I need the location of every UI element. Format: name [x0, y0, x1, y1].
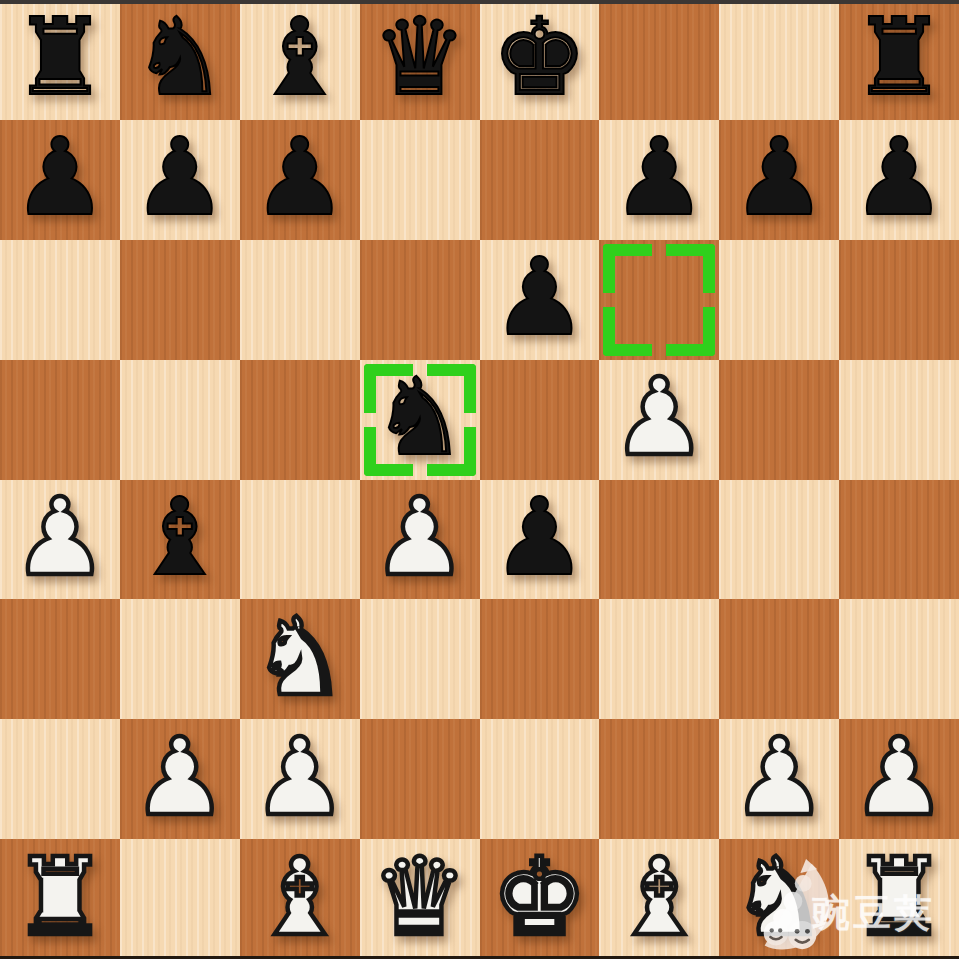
black-pawn-f7[interactable]: ♟ [611, 124, 707, 231]
square-a7[interactable]: ♟ [0, 120, 120, 240]
square-e8[interactable]: ♚ [480, 0, 600, 120]
square-a1[interactable]: ♜ [0, 839, 120, 959]
black-rook-h8[interactable]: ♜ [851, 4, 947, 111]
square-a8[interactable]: ♜ [0, 0, 120, 120]
black-knight-b8[interactable]: ♞ [132, 4, 228, 111]
square-g3[interactable] [719, 599, 839, 719]
square-h1[interactable]: ♜ [839, 839, 959, 959]
square-b4[interactable]: ♝ [120, 480, 240, 600]
square-d8[interactable]: ♛ [360, 0, 480, 120]
square-b6[interactable] [120, 240, 240, 360]
white-rook-h1[interactable]: ♜ [851, 844, 947, 951]
black-pawn-h7[interactable]: ♟ [851, 124, 947, 231]
black-king-e8[interactable]: ♚ [491, 4, 587, 111]
square-d6[interactable] [360, 240, 480, 360]
square-a5[interactable] [0, 360, 120, 480]
square-a4[interactable]: ♟ [0, 480, 120, 600]
square-a2[interactable] [0, 719, 120, 839]
square-f7[interactable]: ♟ [599, 120, 719, 240]
square-b2[interactable]: ♟ [120, 719, 240, 839]
white-pawn-a4[interactable]: ♟ [12, 484, 108, 591]
white-queen-d1[interactable]: ♛ [372, 844, 468, 951]
square-d3[interactable] [360, 599, 480, 719]
square-f2[interactable] [599, 719, 719, 839]
square-e6[interactable]: ♟ [480, 240, 600, 360]
white-rook-a1[interactable]: ♜ [12, 844, 108, 951]
square-e1[interactable]: ♚ [480, 839, 600, 959]
square-d4[interactable]: ♟ [360, 480, 480, 600]
square-d7[interactable] [360, 120, 480, 240]
last-move-bracket-br-d5 [427, 427, 476, 476]
square-g7[interactable]: ♟ [719, 120, 839, 240]
square-e4[interactable]: ♟ [480, 480, 600, 600]
square-g1[interactable]: ♞ [719, 839, 839, 959]
square-d1[interactable]: ♛ [360, 839, 480, 959]
square-f1[interactable]: ♝ [599, 839, 719, 959]
square-b8[interactable]: ♞ [120, 0, 240, 120]
white-pawn-c2[interactable]: ♟ [252, 724, 348, 831]
black-pawn-e4[interactable]: ♟ [491, 484, 587, 591]
square-b5[interactable] [120, 360, 240, 480]
square-d2[interactable] [360, 719, 480, 839]
white-pawn-b2[interactable]: ♟ [132, 724, 228, 831]
square-b1[interactable] [120, 839, 240, 959]
square-e7[interactable] [480, 120, 600, 240]
square-c2[interactable]: ♟ [240, 719, 360, 839]
square-b3[interactable] [120, 599, 240, 719]
black-pawn-g7[interactable]: ♟ [731, 124, 827, 231]
last-move-bracket-tr-f6 [666, 244, 715, 293]
chess-app-screenshot: ♜♞♝♛♚♜♟♟♟♟♟♟♟♞♟♟♝♟♟♞♟♟♟♟♜♝♛♚♝♞♜ [0, 0, 959, 959]
white-pawn-h2[interactable]: ♟ [851, 724, 947, 831]
square-a6[interactable] [0, 240, 120, 360]
square-c6[interactable] [240, 240, 360, 360]
white-knight-g1[interactable]: ♞ [731, 844, 827, 951]
square-f3[interactable] [599, 599, 719, 719]
square-h4[interactable] [839, 480, 959, 600]
white-bishop-f1[interactable]: ♝ [611, 844, 707, 951]
black-pawn-a7[interactable]: ♟ [12, 124, 108, 231]
square-g8[interactable] [719, 0, 839, 120]
square-a3[interactable] [0, 599, 120, 719]
black-pawn-b7[interactable]: ♟ [132, 124, 228, 231]
square-f5[interactable]: ♟ [599, 360, 719, 480]
square-h8[interactable]: ♜ [839, 0, 959, 120]
square-h6[interactable] [839, 240, 959, 360]
square-c4[interactable] [240, 480, 360, 600]
white-knight-c3[interactable]: ♞ [252, 604, 348, 711]
square-d5[interactable]: ♞ [360, 360, 480, 480]
square-f6[interactable] [599, 240, 719, 360]
square-g2[interactable]: ♟ [719, 719, 839, 839]
chess-board: ♜♞♝♛♚♜♟♟♟♟♟♟♟♞♟♟♝♟♟♞♟♟♟♟♜♝♛♚♝♞♜ [0, 0, 959, 959]
black-pawn-e6[interactable]: ♟ [491, 244, 587, 351]
square-e2[interactable] [480, 719, 600, 839]
square-c3[interactable]: ♞ [240, 599, 360, 719]
square-e5[interactable] [480, 360, 600, 480]
square-g4[interactable] [719, 480, 839, 600]
square-c7[interactable]: ♟ [240, 120, 360, 240]
square-b7[interactable]: ♟ [120, 120, 240, 240]
white-pawn-f5[interactable]: ♟ [611, 364, 707, 471]
last-move-bracket-bl-f6 [603, 307, 652, 356]
black-bishop-c8[interactable]: ♝ [252, 4, 348, 111]
square-c1[interactable]: ♝ [240, 839, 360, 959]
white-pawn-g2[interactable]: ♟ [731, 724, 827, 831]
white-king-e1[interactable]: ♚ [491, 844, 587, 951]
square-c5[interactable] [240, 360, 360, 480]
square-e3[interactable] [480, 599, 600, 719]
square-f4[interactable] [599, 480, 719, 600]
last-move-bracket-tl-f6 [603, 244, 652, 293]
top-bar [0, 0, 959, 4]
square-g5[interactable] [719, 360, 839, 480]
last-move-bracket-tl-d5 [364, 364, 413, 413]
square-h3[interactable] [839, 599, 959, 719]
square-g6[interactable] [719, 240, 839, 360]
square-c8[interactable]: ♝ [240, 0, 360, 120]
black-queen-d8[interactable]: ♛ [372, 4, 468, 111]
white-bishop-c1[interactable]: ♝ [252, 844, 348, 951]
square-h5[interactable] [839, 360, 959, 480]
square-h2[interactable]: ♟ [839, 719, 959, 839]
black-rook-a8[interactable]: ♜ [12, 4, 108, 111]
last-move-bracket-br-f6 [666, 307, 715, 356]
black-pawn-c7[interactable]: ♟ [252, 124, 348, 231]
white-pawn-d4[interactable]: ♟ [372, 484, 468, 591]
black-bishop-b4[interactable]: ♝ [132, 484, 228, 591]
last-move-bracket-bl-d5 [364, 427, 413, 476]
last-move-bracket-tr-d5 [427, 364, 476, 413]
square-f8[interactable] [599, 0, 719, 120]
square-h7[interactable]: ♟ [839, 120, 959, 240]
